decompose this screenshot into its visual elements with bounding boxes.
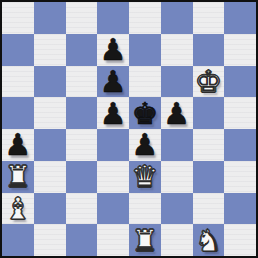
black-king-icon[interactable]: ♚ bbox=[131, 98, 158, 129]
square-d8[interactable] bbox=[97, 2, 129, 34]
square-b2[interactable] bbox=[34, 193, 66, 225]
black-pawn-icon[interactable]: ♟ bbox=[4, 129, 31, 160]
black-pawn-icon[interactable]: ♟ bbox=[100, 66, 127, 97]
black-pawn-icon[interactable]: ♟ bbox=[163, 98, 190, 129]
black-pawn-icon[interactable]: ♟ bbox=[131, 129, 158, 160]
square-g4[interactable] bbox=[193, 129, 225, 161]
square-a4[interactable]: ♟ bbox=[2, 129, 34, 161]
square-a7[interactable] bbox=[2, 34, 34, 66]
square-d2[interactable] bbox=[97, 193, 129, 225]
square-c6[interactable] bbox=[66, 66, 98, 98]
square-h1[interactable] bbox=[224, 224, 256, 256]
square-e7[interactable] bbox=[129, 34, 161, 66]
white-rook-icon[interactable]: ♜ bbox=[4, 161, 31, 192]
square-b7[interactable] bbox=[34, 34, 66, 66]
square-h6[interactable] bbox=[224, 66, 256, 98]
square-e5[interactable]: ♚ bbox=[129, 97, 161, 129]
square-c3[interactable] bbox=[66, 161, 98, 193]
chess-board: ♟♟♚♟♚♟♟♟♜♛♝♜♞ bbox=[0, 0, 258, 258]
white-bishop-icon[interactable]: ♝ bbox=[4, 193, 31, 224]
square-h2[interactable] bbox=[224, 193, 256, 225]
square-a2[interactable]: ♝ bbox=[2, 193, 34, 225]
square-g7[interactable] bbox=[193, 34, 225, 66]
square-g3[interactable] bbox=[193, 161, 225, 193]
square-b3[interactable] bbox=[34, 161, 66, 193]
square-e2[interactable] bbox=[129, 193, 161, 225]
square-a6[interactable] bbox=[2, 66, 34, 98]
square-f5[interactable]: ♟ bbox=[161, 97, 193, 129]
square-a3[interactable]: ♜ bbox=[2, 161, 34, 193]
square-d3[interactable] bbox=[97, 161, 129, 193]
square-b4[interactable] bbox=[34, 129, 66, 161]
square-b8[interactable] bbox=[34, 2, 66, 34]
square-e8[interactable] bbox=[129, 2, 161, 34]
square-h5[interactable] bbox=[224, 97, 256, 129]
square-b1[interactable] bbox=[34, 224, 66, 256]
square-f4[interactable] bbox=[161, 129, 193, 161]
square-g1[interactable]: ♞ bbox=[193, 224, 225, 256]
square-g5[interactable] bbox=[193, 97, 225, 129]
square-g8[interactable] bbox=[193, 2, 225, 34]
square-e3[interactable]: ♛ bbox=[129, 161, 161, 193]
square-f8[interactable] bbox=[161, 2, 193, 34]
square-d7[interactable]: ♟ bbox=[97, 34, 129, 66]
square-c2[interactable] bbox=[66, 193, 98, 225]
square-c1[interactable] bbox=[66, 224, 98, 256]
square-d4[interactable] bbox=[97, 129, 129, 161]
square-h3[interactable] bbox=[224, 161, 256, 193]
square-c5[interactable] bbox=[66, 97, 98, 129]
white-knight-icon[interactable]: ♞ bbox=[195, 225, 222, 256]
black-pawn-icon[interactable]: ♟ bbox=[100, 34, 127, 65]
square-a8[interactable] bbox=[2, 2, 34, 34]
square-e4[interactable]: ♟ bbox=[129, 129, 161, 161]
square-h8[interactable] bbox=[224, 2, 256, 34]
black-pawn-icon[interactable]: ♟ bbox=[100, 98, 127, 129]
square-b6[interactable] bbox=[34, 66, 66, 98]
square-h4[interactable] bbox=[224, 129, 256, 161]
square-e6[interactable] bbox=[129, 66, 161, 98]
white-queen-icon[interactable]: ♛ bbox=[131, 161, 158, 192]
square-d1[interactable] bbox=[97, 224, 129, 256]
square-f3[interactable] bbox=[161, 161, 193, 193]
square-g2[interactable] bbox=[193, 193, 225, 225]
square-c8[interactable] bbox=[66, 2, 98, 34]
square-f7[interactable] bbox=[161, 34, 193, 66]
square-f2[interactable] bbox=[161, 193, 193, 225]
white-rook-icon[interactable]: ♜ bbox=[131, 225, 158, 256]
square-d6[interactable]: ♟ bbox=[97, 66, 129, 98]
square-g6[interactable]: ♚ bbox=[193, 66, 225, 98]
white-king-icon[interactable]: ♚ bbox=[195, 66, 222, 97]
square-f1[interactable] bbox=[161, 224, 193, 256]
square-a5[interactable] bbox=[2, 97, 34, 129]
square-b5[interactable] bbox=[34, 97, 66, 129]
square-a1[interactable] bbox=[2, 224, 34, 256]
square-c4[interactable] bbox=[66, 129, 98, 161]
square-f6[interactable] bbox=[161, 66, 193, 98]
square-d5[interactable]: ♟ bbox=[97, 97, 129, 129]
square-c7[interactable] bbox=[66, 34, 98, 66]
square-e1[interactable]: ♜ bbox=[129, 224, 161, 256]
square-h7[interactable] bbox=[224, 34, 256, 66]
